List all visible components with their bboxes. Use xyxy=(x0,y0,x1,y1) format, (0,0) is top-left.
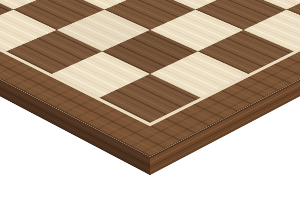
chess-board xyxy=(0,0,300,157)
board-scene xyxy=(0,0,300,200)
board-photo xyxy=(0,0,300,200)
board-frame xyxy=(0,0,300,157)
